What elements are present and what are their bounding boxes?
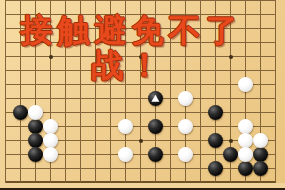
white-stone <box>43 119 58 134</box>
grid-cell[interactable] <box>141 169 156 183</box>
grid-cell[interactable] <box>6 155 21 169</box>
grid-cell[interactable] <box>261 99 276 113</box>
white-stone <box>238 119 253 134</box>
grid-cell[interactable] <box>96 85 111 99</box>
white-stone <box>43 147 58 162</box>
grid-cell[interactable] <box>171 169 186 183</box>
grid-cell[interactable] <box>246 1 261 15</box>
star-point <box>229 139 233 143</box>
grid-cell[interactable] <box>21 85 36 99</box>
white-stone <box>238 133 253 148</box>
grid-cell[interactable] <box>201 85 216 99</box>
black-stone <box>223 147 238 162</box>
grid-cell[interactable] <box>96 99 111 113</box>
white-stone <box>43 133 58 148</box>
grid-cell[interactable] <box>81 113 96 127</box>
white-stone <box>253 133 268 148</box>
black-stone <box>148 119 163 134</box>
black-stone <box>148 91 163 106</box>
grid-cell[interactable] <box>96 127 111 141</box>
grid-cell[interactable] <box>126 85 141 99</box>
white-stone <box>238 147 253 162</box>
grid-cell[interactable] <box>111 99 126 113</box>
grid-cell[interactable] <box>81 155 96 169</box>
black-stone <box>238 161 253 176</box>
grid-cell[interactable] <box>66 141 81 155</box>
white-stone <box>178 119 193 134</box>
black-stone <box>208 105 223 120</box>
black-stone <box>148 147 163 162</box>
grid-cell[interactable] <box>51 99 66 113</box>
grid-cell[interactable] <box>6 169 21 183</box>
grid-cell[interactable] <box>186 169 201 183</box>
grid-cell[interactable] <box>81 99 96 113</box>
grid-cell[interactable] <box>81 127 96 141</box>
white-stone <box>178 91 193 106</box>
grid-cell[interactable] <box>21 169 36 183</box>
grid-cell[interactable] <box>66 127 81 141</box>
white-stone <box>178 147 193 162</box>
grid-cell[interactable] <box>96 169 111 183</box>
grid-cell[interactable] <box>6 85 21 99</box>
white-stone <box>118 119 133 134</box>
grid-cell[interactable] <box>6 127 21 141</box>
screenshot-bottom-border <box>0 188 285 190</box>
grid-cell[interactable] <box>216 85 231 99</box>
grid-cell[interactable] <box>81 169 96 183</box>
black-stone <box>28 119 43 134</box>
go-video-screenshot: 接触避免不了 战！ <box>0 0 285 190</box>
triangle-marker-icon <box>151 95 159 102</box>
black-stone <box>208 133 223 148</box>
grid-cell[interactable] <box>66 99 81 113</box>
grid-cell[interactable] <box>66 155 81 169</box>
black-stone <box>253 161 268 176</box>
grid-cell[interactable] <box>261 1 276 15</box>
grid-cell[interactable] <box>36 169 51 183</box>
grid-cell[interactable] <box>6 1 21 15</box>
grid-cell[interactable] <box>96 141 111 155</box>
grid-cell[interactable] <box>66 169 81 183</box>
grid-cell[interactable] <box>51 85 66 99</box>
black-stone <box>13 105 28 120</box>
grid-cell[interactable] <box>261 85 276 99</box>
star-point <box>139 139 143 143</box>
grid-cell[interactable] <box>81 85 96 99</box>
grid-cell[interactable] <box>51 169 66 183</box>
black-stone <box>28 147 43 162</box>
grid-cell[interactable] <box>111 169 126 183</box>
black-stone <box>208 161 223 176</box>
grid-cell[interactable] <box>126 169 141 183</box>
grid-cell[interactable] <box>6 141 21 155</box>
black-stone <box>253 147 268 162</box>
grid-cell[interactable] <box>156 169 171 183</box>
grid-cell[interactable] <box>96 113 111 127</box>
grid-cell[interactable] <box>66 113 81 127</box>
black-stone <box>28 133 43 148</box>
caption-line-2: 战！ <box>0 49 271 81</box>
caption-line-1: 接触避免不了 <box>0 14 274 46</box>
grid-cell[interactable] <box>111 85 126 99</box>
white-stone <box>28 105 43 120</box>
grid-cell[interactable] <box>231 99 246 113</box>
grid-cell[interactable] <box>36 85 51 99</box>
white-stone <box>118 147 133 162</box>
grid-cell[interactable] <box>261 113 276 127</box>
grid-cell[interactable] <box>126 99 141 113</box>
grid-cell[interactable] <box>66 85 81 99</box>
grid-cell[interactable] <box>96 155 111 169</box>
grid-cell[interactable] <box>246 99 261 113</box>
grid-cell[interactable] <box>81 141 96 155</box>
